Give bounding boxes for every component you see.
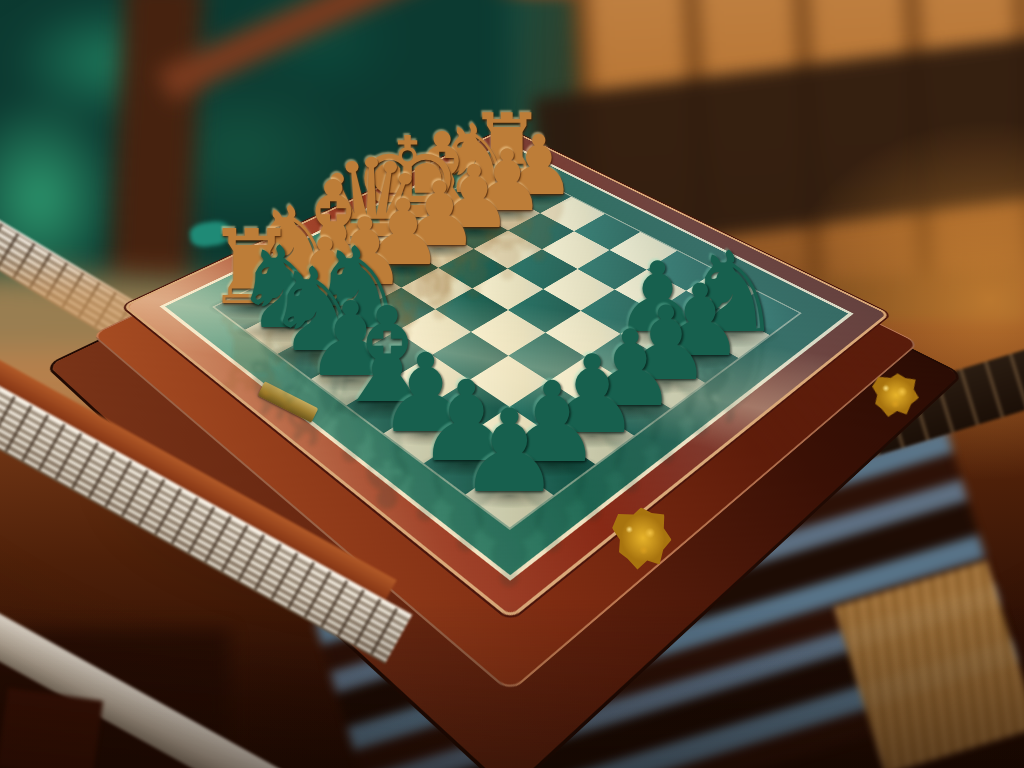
photo-stage: ♜♜♞♞♟♟♝♝♟♟♚♚♟♟♛♛♟♟♝♝♟♟♞♞♟♟♜♜♟♟♞♞♞♞♟♟♞♞♞♞…: [0, 0, 1024, 768]
square-d4[interactable]: [471, 310, 546, 356]
table-leg: [0, 688, 103, 768]
piece-green-pawn-a1[interactable]: ♟: [458, 395, 561, 510]
